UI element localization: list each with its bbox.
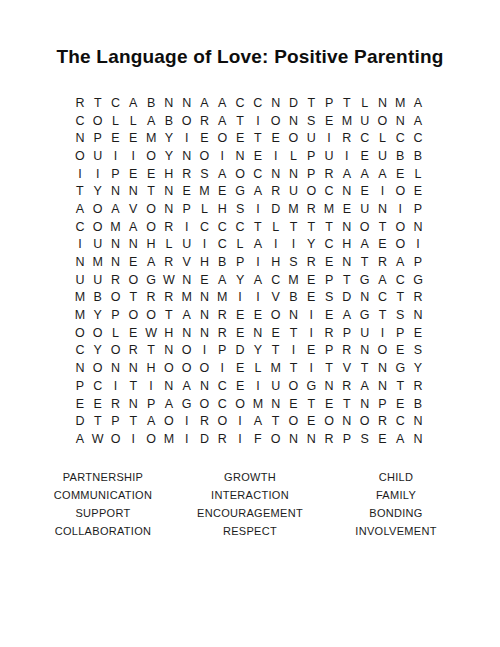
- grid-cell: G: [391, 359, 409, 377]
- grid-cell: I: [196, 342, 214, 360]
- grid-cell: T: [89, 412, 107, 430]
- grid-cell: A: [160, 395, 178, 413]
- grid-cell: P: [409, 200, 427, 218]
- grid-cell: U: [178, 236, 196, 254]
- grid-cell: T: [124, 412, 142, 430]
- grid-cell: U: [267, 377, 285, 395]
- grid-cell: P: [107, 165, 125, 183]
- grid-cell: N: [160, 182, 178, 200]
- grid-cell: A: [338, 306, 356, 324]
- grid-cell: C: [320, 236, 338, 254]
- grid-cell: R: [142, 289, 160, 307]
- grid-cell: W: [142, 324, 160, 342]
- grid-cell: R: [409, 377, 427, 395]
- grid-cell: S: [231, 200, 249, 218]
- grid-cell: H: [142, 236, 160, 254]
- grid-cell: O: [356, 412, 374, 430]
- grid-cell: A: [213, 165, 231, 183]
- grid-cell: U: [320, 147, 338, 165]
- grid-cell: H: [160, 324, 178, 342]
- grid-cell: A: [391, 430, 409, 448]
- grid-cell: O: [107, 430, 125, 448]
- grid-cell: B: [285, 289, 303, 307]
- grid-cell: I: [231, 430, 249, 448]
- grid-cell: A: [196, 94, 214, 112]
- grid-cell: S: [320, 289, 338, 307]
- grid-cell: U: [356, 112, 374, 130]
- grid-cell: M: [71, 289, 89, 307]
- grid-cell: C: [71, 218, 89, 236]
- grid-cell: U: [89, 147, 107, 165]
- grid-cell: T: [338, 271, 356, 289]
- grid-cell: P: [391, 324, 409, 342]
- grid-cell: B: [160, 112, 178, 130]
- grid-cell: I: [267, 236, 285, 254]
- grid-cell: O: [391, 236, 409, 254]
- grid-cell: E: [320, 253, 338, 271]
- grid-cell: G: [356, 306, 374, 324]
- grid-cell: C: [89, 377, 107, 395]
- word-list: PARTNERSHIPCOMMUNICATIONSUPPORTCOLLABORA…: [0, 468, 500, 548]
- grid-cell: N: [338, 253, 356, 271]
- grid-cell: T: [391, 289, 409, 307]
- grid-cell: U: [89, 236, 107, 254]
- grid-cell: U: [374, 147, 392, 165]
- grid-cell: E: [391, 342, 409, 360]
- grid-cell: I: [178, 129, 196, 147]
- grid-cell: A: [142, 412, 160, 430]
- grid-cell: P: [338, 324, 356, 342]
- grid-cell: N: [285, 430, 303, 448]
- grid-cell: I: [142, 377, 160, 395]
- grid-cell: Y: [302, 236, 320, 254]
- grid-cell: A: [374, 165, 392, 183]
- grid-cell: S: [285, 253, 303, 271]
- grid-cell: O: [71, 324, 89, 342]
- grid-cell: N: [409, 306, 427, 324]
- grid-cell: R: [320, 430, 338, 448]
- grid-cell: N: [124, 182, 142, 200]
- grid-cell: O: [124, 271, 142, 289]
- grid-cell: T: [374, 306, 392, 324]
- grid-cell: Y: [249, 342, 267, 360]
- grid-cell: T: [391, 377, 409, 395]
- grid-cell: H: [338, 236, 356, 254]
- grid-cell: N: [356, 289, 374, 307]
- grid-cell: N: [267, 165, 285, 183]
- grid-cell: A: [71, 200, 89, 218]
- grid-cell: E: [285, 395, 303, 413]
- grid-cell: I: [374, 324, 392, 342]
- grid-cell: P: [178, 200, 196, 218]
- grid-cell: I: [231, 289, 249, 307]
- grid-cell: S: [196, 165, 214, 183]
- grid-cell: N: [196, 289, 214, 307]
- grid-cell: O: [142, 218, 160, 236]
- grid-cell: I: [107, 377, 125, 395]
- grid-cell: W: [89, 430, 107, 448]
- word-list-item: RESPECT: [177, 522, 323, 540]
- grid-cell: L: [231, 236, 249, 254]
- grid-cell: L: [107, 324, 125, 342]
- grid-cell: U: [89, 271, 107, 289]
- grid-cell: D: [338, 289, 356, 307]
- grid-cell: E: [89, 395, 107, 413]
- grid-cell: Y: [89, 182, 107, 200]
- grid-cell: P: [213, 342, 231, 360]
- grid-cell: N: [267, 395, 285, 413]
- grid-cell: N: [374, 200, 392, 218]
- grid-cell: M: [285, 271, 303, 289]
- grid-cell: D: [267, 200, 285, 218]
- grid-cell: E: [409, 182, 427, 200]
- grid-cell: E: [391, 165, 409, 183]
- grid-cell: R: [267, 182, 285, 200]
- word-list-item: COMMUNICATION: [30, 486, 176, 504]
- grid-cell: L: [107, 112, 125, 130]
- grid-cell: O: [231, 395, 249, 413]
- grid-cell: I: [124, 430, 142, 448]
- grid-cell: N: [338, 412, 356, 430]
- grid-cell: N: [196, 306, 214, 324]
- grid-cell: E: [124, 324, 142, 342]
- grid-cell: O: [302, 182, 320, 200]
- grid-cell: G: [142, 271, 160, 289]
- grid-cell: O: [267, 306, 285, 324]
- grid-cell: N: [160, 377, 178, 395]
- word-list-item: BONDING: [323, 504, 469, 522]
- grid-cell: C: [267, 271, 285, 289]
- grid-cell: I: [285, 236, 303, 254]
- grid-cell: I: [213, 147, 231, 165]
- grid-cell: E: [302, 289, 320, 307]
- grid-cell: G: [178, 395, 196, 413]
- grid-cell: N: [178, 147, 196, 165]
- grid-cell: Y: [89, 342, 107, 360]
- grid-cell: T: [142, 182, 160, 200]
- grid-cell: R: [160, 289, 178, 307]
- grid-cell: M: [267, 359, 285, 377]
- word-list-item: CHILD: [323, 468, 469, 486]
- grid-cell: Y: [409, 359, 427, 377]
- grid-cell: H: [267, 253, 285, 271]
- grid-cell: E: [231, 324, 249, 342]
- grid-cell: L: [160, 236, 178, 254]
- grid-cell: N: [107, 236, 125, 254]
- word-list-item: GROWTH: [177, 468, 323, 486]
- grid-cell: N: [285, 165, 303, 183]
- grid-cell: R: [320, 165, 338, 183]
- grid-cell: M: [160, 430, 178, 448]
- grid-cell: L: [196, 200, 214, 218]
- grid-cell: A: [356, 377, 374, 395]
- grid-cell: D: [196, 430, 214, 448]
- grid-cell: G: [409, 271, 427, 289]
- grid-cell: T: [160, 306, 178, 324]
- grid-cell: O: [231, 165, 249, 183]
- grid-cell: N: [178, 324, 196, 342]
- grid-cell: R: [409, 289, 427, 307]
- grid-cell: O: [196, 395, 214, 413]
- grid-cell: M: [178, 289, 196, 307]
- grid-cell: N: [107, 182, 125, 200]
- grid-cell: U: [356, 324, 374, 342]
- grid-cell: C: [71, 342, 89, 360]
- grid-cell: T: [267, 412, 285, 430]
- grid-cell: C: [71, 112, 89, 130]
- grid-cell: T: [356, 253, 374, 271]
- grid-cell: I: [89, 165, 107, 183]
- grid-cell: D: [285, 94, 303, 112]
- grid-cell: O: [89, 218, 107, 236]
- grid-cell: I: [107, 147, 125, 165]
- grid-cell: G: [302, 377, 320, 395]
- grid-cell: O: [356, 218, 374, 236]
- grid-cell: C: [249, 94, 267, 112]
- grid-cell: E: [178, 182, 196, 200]
- grid-cell: N: [196, 377, 214, 395]
- grid-cell: C: [213, 395, 231, 413]
- grid-cell: N: [107, 359, 125, 377]
- grid-cell: L: [409, 165, 427, 183]
- grid-cell: I: [302, 359, 320, 377]
- grid-cell: G: [231, 182, 249, 200]
- grid-cell: A: [213, 271, 231, 289]
- word-list-item: INTERACTION: [177, 486, 323, 504]
- grid-cell: E: [267, 129, 285, 147]
- grid-cell: A: [356, 236, 374, 254]
- grid-cell: T: [285, 218, 303, 236]
- grid-cell: R: [160, 253, 178, 271]
- grid-cell: L: [374, 129, 392, 147]
- grid-cell: F: [249, 430, 267, 448]
- grid-cell: N: [124, 395, 142, 413]
- grid-cell: I: [338, 147, 356, 165]
- grid-cell: A: [142, 112, 160, 130]
- grid-cell: I: [178, 218, 196, 236]
- grid-cell: T: [89, 94, 107, 112]
- grid-cell: E: [320, 306, 338, 324]
- grid-cell: C: [320, 182, 338, 200]
- grid-cell: R: [107, 271, 125, 289]
- grid-cell: R: [213, 306, 231, 324]
- grid-cell: C: [374, 289, 392, 307]
- grid-cell: O: [160, 359, 178, 377]
- grid-cell: B: [142, 94, 160, 112]
- grid-cell: T: [338, 94, 356, 112]
- grid-cell: A: [213, 94, 231, 112]
- word-list-item: COLLABORATION: [30, 522, 176, 540]
- grid-cell: N: [71, 359, 89, 377]
- grid-cell: T: [249, 129, 267, 147]
- grid-cell: O: [89, 200, 107, 218]
- grid-cell: O: [142, 147, 160, 165]
- grid-cell: A: [374, 271, 392, 289]
- grid-cell: E: [107, 129, 125, 147]
- word-search-page: The Language of Love: Positive Parenting…: [0, 0, 500, 647]
- grid-cell: R: [160, 218, 178, 236]
- grid-cell: T: [142, 342, 160, 360]
- grid-cell: N: [285, 112, 303, 130]
- grid-cell: I: [249, 253, 267, 271]
- grid-cell: O: [285, 377, 303, 395]
- grid-cell: O: [160, 412, 178, 430]
- grid-cell: A: [356, 165, 374, 183]
- word-list-column-3: CHILDFAMILYBONDINGINVOLVEMENT: [323, 468, 469, 540]
- grid-cell: R: [196, 412, 214, 430]
- grid-cell: R: [71, 94, 89, 112]
- grid-cell: P: [302, 147, 320, 165]
- grid-cell: M: [249, 395, 267, 413]
- grid-cell: T: [374, 218, 392, 236]
- grid-cell: Y: [160, 129, 178, 147]
- grid-cell: E: [302, 271, 320, 289]
- grid-cell: B: [391, 147, 409, 165]
- grid-cell: I: [267, 147, 285, 165]
- grid-cell: I: [71, 236, 89, 254]
- grid-cell: E: [267, 324, 285, 342]
- grid-cell: G: [356, 271, 374, 289]
- grid-cell: E: [124, 129, 142, 147]
- grid-cell: O: [196, 147, 214, 165]
- grid-cell: E: [231, 306, 249, 324]
- grid-cell: N: [249, 324, 267, 342]
- grid-cell: A: [249, 236, 267, 254]
- grid-cell: M: [71, 306, 89, 324]
- grid-cell: N: [374, 94, 392, 112]
- grid-cell: I: [124, 147, 142, 165]
- grid-cell: A: [178, 306, 196, 324]
- grid-cell: D: [71, 412, 89, 430]
- grid-cell: A: [142, 253, 160, 271]
- grid-cell: M: [338, 112, 356, 130]
- grid-cell: E: [356, 147, 374, 165]
- grid-cell: T: [285, 359, 303, 377]
- grid-cell: N: [267, 94, 285, 112]
- grid-cell: U: [71, 271, 89, 289]
- grid-cell: O: [196, 359, 214, 377]
- grid-cell: M: [285, 200, 303, 218]
- grid-cell: R: [213, 324, 231, 342]
- grid-cell: I: [374, 182, 392, 200]
- grid-cell: S: [391, 306, 409, 324]
- grid-cell: I: [178, 430, 196, 448]
- grid-cell: C: [391, 412, 409, 430]
- grid-cell: C: [249, 165, 267, 183]
- grid-cell: A: [124, 94, 142, 112]
- grid-cell: O: [285, 129, 303, 147]
- grid-cell: O: [107, 342, 125, 360]
- grid-cell: N: [285, 306, 303, 324]
- grid-cell: I: [249, 200, 267, 218]
- grid-cell: E: [302, 412, 320, 430]
- grid-cell: T: [302, 94, 320, 112]
- grid-cell: V: [338, 359, 356, 377]
- grid-cell: I: [285, 342, 303, 360]
- grid-cell: T: [320, 359, 338, 377]
- grid-cell: P: [231, 253, 249, 271]
- grid-cell: N: [160, 342, 178, 360]
- grid-cell: T: [302, 218, 320, 236]
- grid-cell: E: [142, 165, 160, 183]
- word-search-grid: RTCABNNAACCNDTPTLNMACOLLABORATIONSEMUONA…: [71, 94, 427, 448]
- grid-cell: R: [178, 165, 196, 183]
- grid-cell: S: [356, 430, 374, 448]
- grid-cell: R: [302, 200, 320, 218]
- grid-cell: O: [267, 112, 285, 130]
- grid-cell: A: [409, 94, 427, 112]
- grid-cell: L: [356, 94, 374, 112]
- grid-cell: L: [285, 147, 303, 165]
- grid-cell: N: [196, 324, 214, 342]
- grid-cell: B: [409, 147, 427, 165]
- grid-cell: E: [338, 200, 356, 218]
- grid-cell: C: [196, 218, 214, 236]
- word-list-item: ENCOURAGEMENT: [177, 504, 323, 522]
- page-title: The Language of Love: Positive Parenting: [0, 46, 500, 68]
- grid-cell: O: [142, 200, 160, 218]
- word-list-item: INVOLVEMENT: [323, 522, 469, 540]
- grid-cell: T: [71, 182, 89, 200]
- grid-cell: H: [160, 165, 178, 183]
- grid-cell: I: [178, 412, 196, 430]
- grid-cell: E: [71, 395, 89, 413]
- grid-cell: E: [231, 377, 249, 395]
- grid-cell: I: [231, 412, 249, 430]
- grid-cell: M: [142, 129, 160, 147]
- grid-cell: C: [391, 271, 409, 289]
- grid-cell: P: [374, 395, 392, 413]
- grid-cell: N: [356, 395, 374, 413]
- grid-cell: E: [231, 129, 249, 147]
- grid-cell: O: [178, 112, 196, 130]
- grid-cell: T: [338, 395, 356, 413]
- grid-cell: A: [338, 165, 356, 183]
- grid-cell: I: [249, 377, 267, 395]
- grid-cell: R: [302, 253, 320, 271]
- grid-cell: I: [391, 200, 409, 218]
- grid-cell: A: [178, 377, 196, 395]
- grid-cell: S: [302, 112, 320, 130]
- grid-cell: I: [249, 289, 267, 307]
- word-list-item: SUPPORT: [30, 504, 176, 522]
- grid-cell: P: [142, 395, 160, 413]
- grid-cell: P: [320, 94, 338, 112]
- grid-cell: E: [231, 359, 249, 377]
- grid-cell: M: [196, 182, 214, 200]
- grid-cell: O: [391, 218, 409, 236]
- grid-cell: E: [213, 182, 231, 200]
- grid-cell: N: [178, 94, 196, 112]
- grid-cell: R: [338, 377, 356, 395]
- grid-cell: P: [409, 253, 427, 271]
- grid-cell: R: [196, 112, 214, 130]
- grid-cell: E: [196, 129, 214, 147]
- grid-cell: O: [178, 342, 196, 360]
- grid-cell: E: [124, 165, 142, 183]
- grid-cell: M: [320, 200, 338, 218]
- grid-cell: C: [213, 236, 231, 254]
- grid-cell: M: [391, 94, 409, 112]
- grid-cell: C: [213, 218, 231, 236]
- grid-cell: T: [249, 218, 267, 236]
- grid-cell: N: [356, 342, 374, 360]
- grid-cell: Y: [89, 306, 107, 324]
- grid-cell: A: [249, 182, 267, 200]
- grid-cell: L: [249, 359, 267, 377]
- grid-cell: O: [213, 412, 231, 430]
- word-list-item: PARTNERSHIP: [30, 468, 176, 486]
